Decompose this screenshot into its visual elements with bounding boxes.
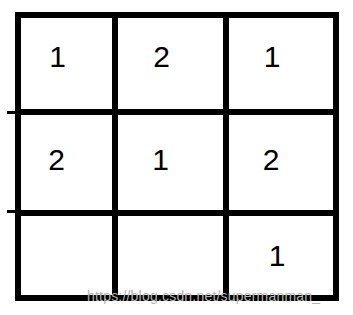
cell-value: 1 [269,241,286,271]
cell-r2c1: 2 [21,115,112,210]
cell-value: 2 [263,145,280,175]
cell-r2c2: 1 [118,115,223,210]
cell-value: 1 [152,145,169,175]
cell-r1c2: 2 [118,18,223,109]
left-tick-mark [7,210,18,213]
left-tick-mark [7,111,18,114]
puzzle-board: 1 2 1 2 1 2 1 [15,12,339,301]
cell-value: 1 [264,42,281,72]
cell-r3c1 [21,216,112,295]
cell-r1c3: 1 [229,18,333,109]
cell-r1c1: 1 [21,18,112,109]
watermark-url: https://blog.csdn.net/supermanman_ [87,288,320,304]
cell-value: 1 [49,42,66,72]
cell-r3c2 [118,216,223,295]
cell-value: 2 [48,145,65,175]
puzzle-diagram: 1 2 1 2 1 2 1 https://blog.csdn.net/supe… [0,0,353,315]
cell-r2c3: 2 [229,115,333,210]
cell-value: 2 [153,42,170,72]
cell-r3c3: 1 [229,216,333,295]
